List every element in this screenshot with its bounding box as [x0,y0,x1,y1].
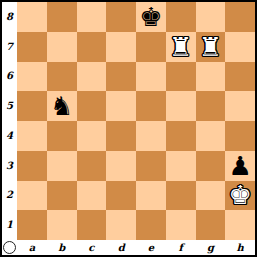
square-g8[interactable] [196,2,226,32]
square-b6[interactable] [47,62,77,92]
square-f5[interactable] [166,91,196,121]
square-d8[interactable] [106,2,136,32]
rank-label-1: 1 [2,210,17,240]
square-f3[interactable] [166,151,196,181]
square-c8[interactable] [77,2,107,32]
chess-board: ♚♜♜♞♟♚ [17,2,255,240]
piece-black-knight: ♞ [50,93,73,119]
square-b5[interactable]: ♞ [47,91,77,121]
square-h5[interactable] [225,91,255,121]
square-e1[interactable] [136,210,166,240]
square-e2[interactable] [136,181,166,211]
square-g4[interactable] [196,121,226,151]
square-b8[interactable] [47,2,77,32]
square-h2[interactable]: ♚ [225,181,255,211]
square-e7[interactable] [136,32,166,62]
square-e8[interactable]: ♚ [136,2,166,32]
square-a5[interactable] [17,91,47,121]
square-f4[interactable] [166,121,196,151]
square-d5[interactable] [106,91,136,121]
square-h8[interactable] [225,2,255,32]
square-g7[interactable]: ♜ [196,32,226,62]
square-h3[interactable]: ♟ [225,151,255,181]
square-h1[interactable] [225,210,255,240]
rank-label-8: 8 [2,2,17,32]
rank-label-4: 4 [2,121,17,151]
square-c5[interactable] [77,91,107,121]
square-f2[interactable] [166,181,196,211]
file-label-h: h [225,240,255,255]
square-d3[interactable] [106,151,136,181]
square-c2[interactable] [77,181,107,211]
rank-label-6: 6 [2,62,17,92]
rank-label-2: 2 [2,181,17,211]
square-a8[interactable] [17,2,47,32]
rank-label-7: 7 [2,32,17,62]
rank-labels: 87654321 [2,2,17,240]
file-label-a: a [17,240,47,255]
square-a4[interactable] [17,121,47,151]
square-g3[interactable] [196,151,226,181]
square-e4[interactable] [136,121,166,151]
square-e6[interactable] [136,62,166,92]
square-f6[interactable] [166,62,196,92]
square-a6[interactable] [17,62,47,92]
square-b4[interactable] [47,121,77,151]
square-a1[interactable] [17,210,47,240]
square-d1[interactable] [106,210,136,240]
square-b1[interactable] [47,210,77,240]
square-h4[interactable] [225,121,255,151]
piece-black-pawn: ♟ [228,153,251,179]
file-label-g: g [196,240,226,255]
square-g5[interactable] [196,91,226,121]
square-b7[interactable] [47,32,77,62]
square-g2[interactable] [196,181,226,211]
square-b3[interactable] [47,151,77,181]
square-f8[interactable] [166,2,196,32]
file-label-d: d [106,240,136,255]
square-a7[interactable] [17,32,47,62]
square-f7[interactable]: ♜ [166,32,196,62]
square-c3[interactable] [77,151,107,181]
square-d4[interactable] [106,121,136,151]
square-a2[interactable] [17,181,47,211]
square-d2[interactable] [106,181,136,211]
piece-white-king: ♚ [228,182,251,208]
piece-white-rook: ♜ [199,34,222,60]
file-label-f: f [166,240,196,255]
square-g6[interactable] [196,62,226,92]
square-a3[interactable] [17,151,47,181]
square-c7[interactable] [77,32,107,62]
square-e5[interactable] [136,91,166,121]
rank-label-3: 3 [2,151,17,181]
square-c1[interactable] [77,210,107,240]
rank-label-5: 5 [2,91,17,121]
square-g1[interactable] [196,210,226,240]
square-c4[interactable] [77,121,107,151]
square-c6[interactable] [77,62,107,92]
chess-diagram: 87654321 ♚♜♜♞♟♚ abcdefgh [0,0,257,257]
square-b2[interactable] [47,181,77,211]
file-label-e: e [136,240,166,255]
square-h7[interactable] [225,32,255,62]
square-e3[interactable] [136,151,166,181]
white-to-move-indicator [3,241,16,254]
piece-black-king: ♚ [139,4,162,30]
square-h6[interactable] [225,62,255,92]
file-label-b: b [47,240,77,255]
square-d6[interactable] [106,62,136,92]
file-label-c: c [77,240,107,255]
square-f1[interactable] [166,210,196,240]
square-d7[interactable] [106,32,136,62]
file-labels: abcdefgh [17,240,255,255]
piece-white-rook: ♜ [169,34,192,60]
